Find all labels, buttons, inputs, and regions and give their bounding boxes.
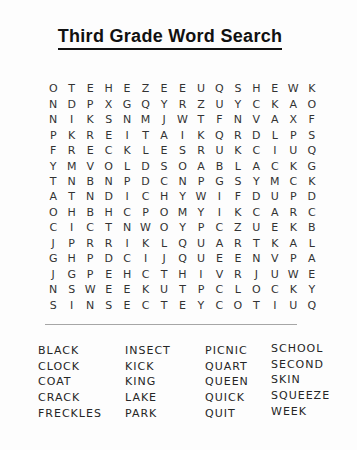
word-list-column: SCHOOLSECONDSKINSQUEEZEWEEK [271,341,330,419]
grid-cell: W [192,189,210,204]
grid-cell: G [62,267,80,282]
word-list-item: SECOND [271,357,330,373]
grid-cell: E [118,298,136,313]
grid-cell: C [247,96,265,111]
grid-cell: T [247,236,265,251]
grid-cell: V [247,112,265,127]
grid-cell: J [155,112,173,127]
grid-cell: P [136,205,154,220]
grid-cell: N [229,112,247,127]
grid-cell: R [99,236,117,251]
grid-cell: F [44,143,62,158]
grid-cell: C [266,158,284,173]
grid-cell: C [247,143,265,158]
grid-cell: T [44,174,62,189]
grid-cell: R [229,267,247,282]
grid-cell: U [192,236,210,251]
grid-cell: I [210,189,228,204]
grid-cell: I [62,220,80,235]
grid-cell: E [99,282,117,297]
grid-cell: N [118,220,136,235]
grid-cell: D [136,174,154,189]
grid-cell: L [136,143,154,158]
grid-cell: T [62,189,80,204]
word-search-grid: OTEHEZEEUQSHEWKNDPXGQYRZUYCKAONIKSNMJWTF… [44,81,321,313]
grid-cell: P [44,127,62,142]
grid-cell: N [99,174,117,189]
word-list-item: QUEEN [205,374,249,390]
grid-cell: K [62,127,80,142]
grid-cell: L [229,158,247,173]
grid-cell: D [303,189,321,204]
word-list-item: KING [125,374,171,390]
grid-cell: J [247,267,265,282]
grid-cell: I [266,143,284,158]
word-list-item: QUART [205,359,249,375]
grid-cell: E [155,81,173,96]
grid-cell: W [284,267,302,282]
grid-cell: V [266,251,284,266]
grid-cell: Y [192,205,210,220]
grid-cell: S [173,143,191,158]
grid-cell: U [284,298,302,313]
grid-cell: U [266,189,284,204]
grid-cell: W [173,112,191,127]
grid-cell: H [62,205,80,220]
grid-cell: D [136,158,154,173]
grid-cell: P [62,236,80,251]
grid-cell: T [173,282,191,297]
grid-cell: O [173,158,191,173]
grid-cell: K [229,143,247,158]
word-list-item: SCHOOL [271,341,330,357]
grid-cell: P [284,251,302,266]
grid-cell: E [81,143,99,158]
grid-cell: H [62,251,80,266]
word-list-item: CLOCK [38,359,102,375]
grid-cell: W [136,220,154,235]
grid-cell: W [81,282,99,297]
grid-cell: U [284,143,302,158]
word-list-item: FRECKLES [38,406,102,422]
grid-cell: D [99,251,117,266]
grid-cell: A [284,96,302,111]
grid-cell: C [210,298,228,313]
grid-cell: T [136,127,154,142]
grid-cell: E [118,282,136,297]
grid-cell: C [303,205,321,220]
grid-cell: F [210,112,228,127]
word-list-item: COAT [38,374,102,390]
grid-cell: O [155,220,173,235]
page-title: Third Grade Word Search [58,27,283,50]
grid-cell: R [173,96,191,111]
grid-cell: Q [136,96,154,111]
grid-cell: G [303,158,321,173]
grid-cell: R [81,127,99,142]
grid-cell: F [303,112,321,127]
grid-cell: N [44,112,62,127]
grid-cell: Z [229,220,247,235]
grid-cell: J [44,267,62,282]
grid-cell: J [44,236,62,251]
grid-cell: A [284,236,302,251]
grid-cell: C [118,251,136,266]
grid-cell: O [229,298,247,313]
grid-cell: P [192,174,210,189]
word-list-item: LAKE [125,390,171,406]
grid-cell: T [192,112,210,127]
grid-cell: U [155,282,173,297]
grid-cell: I [118,236,136,251]
grid-cell: M [266,174,284,189]
grid-cell: L [303,236,321,251]
grid-cell: H [118,267,136,282]
grid-cell: V [210,267,228,282]
worksheet-page: Third Grade Word Search OTEHEZEEUQSHEWKN… [0,0,357,450]
grid-cell: S [229,81,247,96]
grid-cell: L [266,127,284,142]
grid-cell: X [99,96,117,111]
grid-cell: U [247,220,265,235]
grid-cell: C [266,282,284,297]
grid-cell: I [118,189,136,204]
grid-cell: H [173,267,191,282]
grid-cell: T [99,220,117,235]
grid-cell: K [118,143,136,158]
grid-cell: D [247,127,265,142]
grid-cell: N [44,96,62,111]
grid-cell: H [99,205,117,220]
grid-cell: K [303,174,321,189]
divider-line [45,324,297,325]
grid-cell: B [81,174,99,189]
grid-cell: P [81,267,99,282]
grid-cell: P [192,220,210,235]
word-list-item: PICNIC [205,343,249,359]
grid-cell: A [210,236,228,251]
grid-cell: I [62,298,80,313]
grid-cell: L [118,158,136,173]
grid-cell: S [303,127,321,142]
grid-cell: Y [173,189,191,204]
grid-cell: K [81,112,99,127]
grid-cell: O [155,205,173,220]
grid-cell: N [81,298,99,313]
grid-cell: W [284,81,302,96]
grid-cell: I [192,267,210,282]
grid-cell: N [62,174,80,189]
grid-cell: E [303,267,321,282]
grid-cell: N [247,251,265,266]
grid-cell: R [62,143,80,158]
grid-cell: P [118,174,136,189]
grid-cell: C [99,143,117,158]
word-list-item: SQUEEZE [271,388,330,404]
grid-cell: Q [210,127,228,142]
grid-cell: H [247,81,265,96]
grid-cell: D [62,96,80,111]
grid-cell: I [266,298,284,313]
word-list-item: INSECT [125,343,171,359]
grid-cell: P [284,189,302,204]
grid-cell: P [81,96,99,111]
grid-cell: C [136,267,154,282]
grid-cell: Q [303,298,321,313]
grid-cell: R [81,236,99,251]
grid-cell: C [155,174,173,189]
grid-cell: P [192,282,210,297]
grid-cell: T [247,298,265,313]
grid-cell: U [266,267,284,282]
grid-cell: L [229,282,247,297]
grid-cell: K [284,158,302,173]
grid-cell: K [136,282,154,297]
word-list-item: BLACK [38,343,102,359]
word-list-item: SKIN [271,372,330,388]
grid-cell: C [247,205,265,220]
grid-cell: X [284,112,302,127]
grid-cell: Q [173,251,191,266]
grid-cell: Y [247,174,265,189]
grid-cell: E [99,267,117,282]
grid-cell: M [173,205,191,220]
grid-cell: E [155,143,173,158]
grid-cell: I [62,112,80,127]
grid-cell: K [284,282,302,297]
grid-cell: O [44,205,62,220]
grid-cell: D [99,189,117,204]
grid-cell: Y [155,96,173,111]
grid-cell: Z [136,81,154,96]
grid-cell: Y [173,220,191,235]
grid-cell: Y [303,282,321,297]
grid-cell: S [99,298,117,313]
grid-cell: A [266,205,284,220]
grid-cell: A [155,127,173,142]
grid-cell: P [81,251,99,266]
grid-cell: O [99,158,117,173]
grid-cell: U [210,96,228,111]
grid-cell: K [229,205,247,220]
grid-cell: A [303,251,321,266]
grid-cell: U [192,81,210,96]
grid-cell: A [266,112,284,127]
word-list-item: CRACK [38,390,102,406]
word-list-column: PICNICQUARTQUEENQUICKQUIT [205,343,249,421]
grid-cell: F [229,189,247,204]
word-list-item: WEEK [271,404,330,420]
title-area: Third Grade Word Search [0,27,340,50]
grid-cell: K [303,81,321,96]
grid-cell: E [229,251,247,266]
grid-cell: E [210,251,228,266]
grid-cell: R [284,205,302,220]
grid-cell: G [118,96,136,111]
word-list-item: QUICK [205,390,249,406]
grid-cell: S [99,112,117,127]
word-list-item: PARK [125,406,171,422]
grid-cell: O [44,81,62,96]
grid-cell: I [210,205,228,220]
grid-cell: D [247,189,265,204]
grid-cell: C [210,220,228,235]
grid-cell: N [44,282,62,297]
grid-cell: G [210,174,228,189]
grid-cell: R [192,143,210,158]
grid-cell: C [136,189,154,204]
grid-cell: O [247,282,265,297]
grid-cell: A [192,158,210,173]
grid-cell: I [173,127,191,142]
grid-cell: N [118,112,136,127]
grid-cell: R [229,236,247,251]
grid-cell: O [303,96,321,111]
grid-cell: I [136,251,154,266]
grid-cell: S [44,298,62,313]
grid-cell: E [81,81,99,96]
grid-cell: C [81,220,99,235]
grid-cell: B [210,158,228,173]
grid-cell: E [266,220,284,235]
grid-cell: B [81,205,99,220]
grid-cell: A [247,158,265,173]
grid-cell: C [118,205,136,220]
grid-cell: V [81,158,99,173]
grid-cell: Z [192,96,210,111]
grid-cell: C [284,174,302,189]
grid-cell: K [266,96,284,111]
grid-cell: M [136,112,154,127]
word-list-column: BLACKCLOCKCOATCRACKFRECKLES [38,343,102,421]
grid-cell: K [136,236,154,251]
grid-cell: K [192,127,210,142]
grid-cell: H [99,81,117,96]
grid-cell: I [118,127,136,142]
grid-cell: M [62,158,80,173]
grid-cell: G [44,251,62,266]
grid-cell: T [62,81,80,96]
grid-cell: C [44,220,62,235]
grid-cell: E [266,81,284,96]
grid-cell: N [81,189,99,204]
grid-cell: Y [229,96,247,111]
grid-cell: H [155,189,173,204]
grid-cell: L [155,236,173,251]
grid-cell: C [210,282,228,297]
grid-cell: B [303,220,321,235]
word-list-item: QUIT [205,406,249,422]
grid-cell: E [173,298,191,313]
grid-cell: E [173,81,191,96]
grid-cell: T [155,267,173,282]
grid-cell: Q [210,81,228,96]
grid-cell: U [210,143,228,158]
grid-cell: T [155,298,173,313]
grid-cell: A [44,189,62,204]
grid-cell: Q [173,236,191,251]
grid-cell: J [155,251,173,266]
grid-cell: S [229,174,247,189]
grid-cell: S [62,282,80,297]
grid-cell: Y [192,298,210,313]
grid-cell: K [284,220,302,235]
grid-cell: R [229,127,247,142]
grid-cell: K [266,236,284,251]
grid-cell: E [118,81,136,96]
grid-cell: U [192,251,210,266]
grid-cell: S [155,158,173,173]
grid-cell: N [173,174,191,189]
grid-cell: E [99,127,117,142]
grid-cell: P [284,127,302,142]
grid-cell: Y [44,158,62,173]
grid-cell: C [136,298,154,313]
grid-cell: Q [303,143,321,158]
word-list-item: KICK [125,359,171,375]
word-list-column: INSECTKICKKINGLAKEPARK [125,343,171,421]
